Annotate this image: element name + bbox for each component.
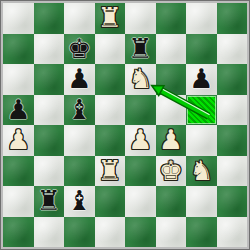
piece-black-rook[interactable]: ♜ (125, 34, 156, 65)
square-b8[interactable] (34, 3, 65, 34)
square-d8[interactable]: ♜ (95, 3, 126, 34)
square-c6[interactable]: ♟ (64, 64, 95, 95)
square-f3[interactable]: ♚ (156, 156, 187, 187)
square-h2[interactable] (217, 186, 248, 217)
square-e1[interactable] (125, 217, 156, 248)
square-a1[interactable] (3, 217, 34, 248)
square-e4[interactable]: ♟ (125, 125, 156, 156)
square-a3[interactable] (3, 156, 34, 187)
square-f5[interactable] (156, 95, 187, 126)
square-g4[interactable] (186, 125, 217, 156)
piece-white-pawn[interactable]: ♟ (156, 125, 187, 156)
square-f4[interactable]: ♟ (156, 125, 187, 156)
square-g6[interactable]: ♟ (186, 64, 217, 95)
square-h4[interactable] (217, 125, 248, 156)
piece-black-pawn[interactable]: ♟ (186, 64, 217, 95)
piece-black-bishop[interactable]: ♝ (64, 186, 95, 217)
square-d1[interactable] (95, 217, 126, 248)
piece-white-rook[interactable]: ♜ (95, 156, 126, 187)
square-h3[interactable] (217, 156, 248, 187)
square-e6[interactable]: ♞ (125, 64, 156, 95)
square-h1[interactable] (217, 217, 248, 248)
square-b7[interactable] (34, 34, 65, 65)
square-c5[interactable]: ♝ (64, 95, 95, 126)
square-c3[interactable] (64, 156, 95, 187)
square-g3[interactable]: ♞ (186, 156, 217, 187)
square-b2[interactable]: ♜ (34, 186, 65, 217)
piece-black-pawn[interactable]: ♟ (3, 95, 34, 126)
square-b3[interactable] (34, 156, 65, 187)
square-g2[interactable] (186, 186, 217, 217)
square-c7[interactable]: ♚ (64, 34, 95, 65)
square-h7[interactable] (217, 34, 248, 65)
square-d4[interactable] (95, 125, 126, 156)
square-h6[interactable] (217, 64, 248, 95)
square-b6[interactable] (34, 64, 65, 95)
piece-white-king[interactable]: ♚ (156, 156, 187, 187)
square-a5[interactable]: ♟ (3, 95, 34, 126)
square-d2[interactable] (95, 186, 126, 217)
square-h8[interactable] (217, 3, 248, 34)
square-e8[interactable] (125, 3, 156, 34)
square-f2[interactable] (156, 186, 187, 217)
piece-white-knight[interactable]: ♞ (186, 156, 217, 187)
piece-black-bishop[interactable]: ♝ (64, 95, 95, 126)
square-a8[interactable] (3, 3, 34, 34)
square-b4[interactable] (34, 125, 65, 156)
square-c8[interactable] (64, 3, 95, 34)
piece-white-pawn[interactable]: ♟ (3, 125, 34, 156)
square-a4[interactable]: ♟ (3, 125, 34, 156)
square-g8[interactable] (186, 3, 217, 34)
chess-board: ♜♚♜♟♞♟♟♝♟♟♟♜♚♞♜♝ (3, 3, 247, 247)
square-c2[interactable]: ♝ (64, 186, 95, 217)
square-e7[interactable]: ♜ (125, 34, 156, 65)
square-g1[interactable] (186, 217, 217, 248)
square-c1[interactable] (64, 217, 95, 248)
square-d6[interactable] (95, 64, 126, 95)
piece-black-pawn[interactable]: ♟ (64, 64, 95, 95)
highlighted-square-g5[interactable] (186, 95, 217, 126)
square-c4[interactable] (64, 125, 95, 156)
board-frame: ♜♚♜♟♞♟♟♝♟♟♟♜♚♞♜♝ (0, 0, 250, 250)
square-d7[interactable] (95, 34, 126, 65)
square-f1[interactable] (156, 217, 187, 248)
square-e2[interactable] (125, 186, 156, 217)
square-g7[interactable] (186, 34, 217, 65)
square-f8[interactable] (156, 3, 187, 34)
piece-white-knight[interactable]: ♞ (125, 64, 156, 95)
square-b5[interactable] (34, 95, 65, 126)
square-d3[interactable]: ♜ (95, 156, 126, 187)
piece-black-rook[interactable]: ♜ (34, 186, 65, 217)
square-h5[interactable] (217, 95, 248, 126)
square-a6[interactable] (3, 64, 34, 95)
square-a2[interactable] (3, 186, 34, 217)
square-e3[interactable] (125, 156, 156, 187)
square-f7[interactable] (156, 34, 187, 65)
square-b1[interactable] (34, 217, 65, 248)
piece-black-king[interactable]: ♚ (64, 34, 95, 65)
piece-white-rook[interactable]: ♜ (95, 3, 126, 34)
piece-white-pawn[interactable]: ♟ (125, 125, 156, 156)
square-d5[interactable] (95, 95, 126, 126)
square-a7[interactable] (3, 34, 34, 65)
square-e5[interactable] (125, 95, 156, 126)
square-f6[interactable] (156, 64, 187, 95)
